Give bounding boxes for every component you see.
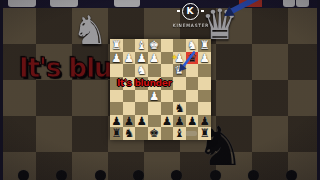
square[interactable]: ♛ — [173, 64, 186, 77]
kinemaster-brand-text: KINEMASTER — [173, 23, 208, 28]
square[interactable]: ♝ — [135, 39, 148, 52]
square[interactable] — [110, 90, 123, 103]
square[interactable]: ♜ — [198, 39, 211, 52]
piece-wR: ♜ — [110, 39, 123, 52]
square[interactable]: ♟ — [148, 90, 161, 103]
piece-wP: ♟ — [148, 52, 161, 65]
square[interactable]: ♟ — [161, 115, 174, 128]
piece-wR: ♜ — [198, 39, 211, 52]
square[interactable]: ♟ — [148, 52, 161, 65]
piece-wN: ♞ — [135, 64, 148, 77]
kinemaster-watermark: K KINEMASTER — [166, 3, 214, 30]
square[interactable]: ♞ — [173, 102, 186, 115]
piece-bP: ♟ — [186, 115, 199, 128]
piece-wP: ♟ — [110, 52, 123, 65]
square[interactable] — [161, 39, 174, 52]
piece-bP: ♟ — [161, 115, 174, 128]
square[interactable]: ♞ — [135, 64, 148, 77]
piece-wP: ♟ — [198, 52, 211, 65]
square[interactable] — [161, 64, 174, 77]
kinemaster-logo-icon: K — [182, 3, 199, 20]
square[interactable] — [186, 64, 199, 77]
caption-text: It's blunder — [117, 78, 172, 88]
square[interactable] — [186, 90, 199, 103]
square[interactable]: ♜ — [198, 127, 211, 140]
square[interactable]: ♟ — [135, 115, 148, 128]
square[interactable]: ♛ — [186, 52, 199, 65]
piece-bN: ♞ — [123, 127, 136, 140]
square[interactable] — [135, 102, 148, 115]
piece-wQ: ♛ — [173, 64, 186, 77]
square[interactable]: ♚ — [148, 39, 161, 52]
square[interactable]: ♜ — [110, 127, 123, 140]
left-edge-bar — [0, 0, 3, 180]
kinemaster-logo-letter: K — [187, 6, 194, 16]
piece-bR: ♜ — [198, 127, 211, 140]
square[interactable] — [173, 77, 186, 90]
square[interactable] — [135, 127, 148, 140]
piece-wP: ♟ — [148, 90, 161, 103]
square[interactable] — [161, 90, 174, 103]
square[interactable] — [186, 102, 199, 115]
square[interactable] — [198, 90, 211, 103]
square[interactable] — [123, 39, 136, 52]
square[interactable] — [186, 77, 199, 90]
piece-bQ: ♛ — [186, 52, 199, 65]
square[interactable] — [123, 90, 136, 103]
square[interactable] — [173, 39, 186, 52]
chess-board[interactable]: ♜♝♚♞♜♟♟♟♟♟♛♟♞♛♟♞♟♟♟♟♟♟♟♜♞♚♝♜ — [110, 39, 211, 140]
square[interactable] — [198, 64, 211, 77]
piece-bR: ♜ — [110, 127, 123, 140]
square[interactable]: ♚ — [148, 127, 161, 140]
square[interactable]: ♟ — [198, 52, 211, 65]
square[interactable] — [123, 102, 136, 115]
video-frame: ♞♛♞ It's blunder K KINEMASTER ♜♝♚♞♜♟♟♟♟♟… — [0, 0, 320, 180]
square[interactable]: ♞ — [123, 127, 136, 140]
faint-watermark — [185, 131, 197, 136]
square[interactable]: ♞ — [186, 39, 199, 52]
square[interactable] — [135, 90, 148, 103]
square[interactable] — [123, 64, 136, 77]
piece-bP: ♟ — [135, 115, 148, 128]
square[interactable] — [161, 127, 174, 140]
square[interactable] — [110, 102, 123, 115]
square[interactable]: ♟ — [123, 52, 136, 65]
square[interactable] — [161, 102, 174, 115]
square[interactable]: ♝ — [173, 127, 186, 140]
piece-bB: ♝ — [173, 127, 186, 140]
square[interactable] — [110, 64, 123, 77]
piece-wB: ♝ — [135, 39, 148, 52]
piece-bK: ♚ — [148, 127, 161, 140]
square[interactable] — [198, 102, 211, 115]
square[interactable]: ♟ — [110, 52, 123, 65]
square[interactable] — [148, 102, 161, 115]
sparkle-icon: ✦ — [171, 53, 178, 62]
square[interactable]: ♜ — [110, 39, 123, 52]
piece-wP: ♟ — [123, 52, 136, 65]
piece-bN: ♞ — [173, 102, 186, 115]
piece-wN: ♞ — [186, 39, 199, 52]
square[interactable] — [148, 64, 161, 77]
square[interactable]: ♟ — [186, 115, 199, 128]
piece-wK: ♚ — [148, 39, 161, 52]
square[interactable] — [198, 77, 211, 90]
